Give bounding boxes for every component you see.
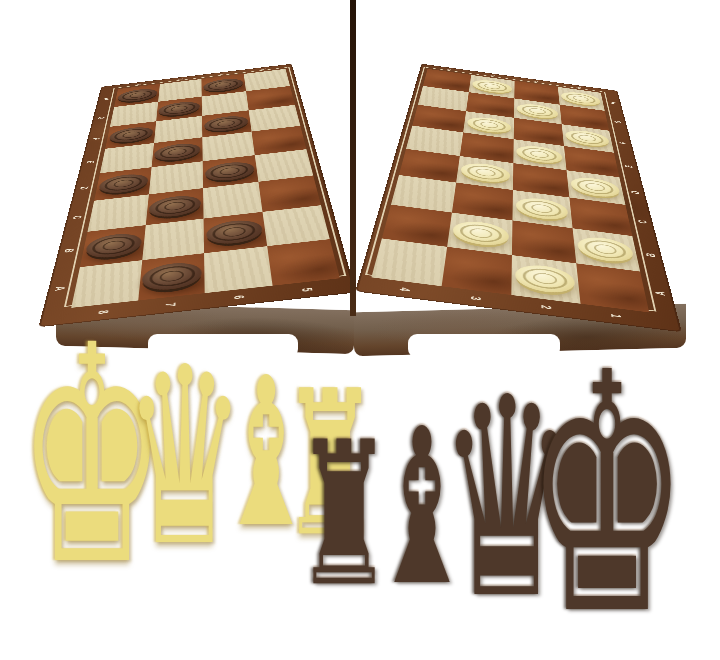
chess-piece-brown-king: ♚ [526,330,689,660]
product-photo: HGFEDCBA 8765 8765 HGFEDCBA 4321 4321 ♚♛… [0,0,720,660]
chess-pieces-row: ♚♛♝♜♜♝♛♚ [0,0,720,660]
